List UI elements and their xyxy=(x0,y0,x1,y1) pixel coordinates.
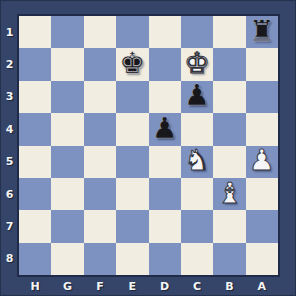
square-a2[interactable] xyxy=(246,48,278,80)
square-e5[interactable] xyxy=(116,146,148,178)
square-h4[interactable] xyxy=(19,113,51,145)
square-b2[interactable] xyxy=(213,48,245,80)
square-d5[interactable] xyxy=(149,146,181,178)
black-rook-a1[interactable]: ♜ xyxy=(249,17,275,46)
square-b4[interactable] xyxy=(213,113,245,145)
square-c7[interactable] xyxy=(181,210,213,242)
black-pawn-c3[interactable]: ♟ xyxy=(184,81,210,110)
square-f1[interactable] xyxy=(84,16,116,48)
square-d1[interactable] xyxy=(149,16,181,48)
file-label-b: B xyxy=(213,276,245,296)
square-e2[interactable]: ♚ xyxy=(116,48,148,80)
chess-board[interactable]: ♜♚♚♟♟♞♟♝ xyxy=(17,14,280,277)
square-a5[interactable]: ♟ xyxy=(246,146,278,178)
file-label-g: G xyxy=(51,276,83,296)
square-g1[interactable] xyxy=(51,16,83,48)
square-a3[interactable] xyxy=(246,81,278,113)
square-d7[interactable] xyxy=(149,210,181,242)
square-b1[interactable] xyxy=(213,16,245,48)
square-c2[interactable]: ♚ xyxy=(181,48,213,80)
square-g5[interactable] xyxy=(51,146,83,178)
white-knight-c5[interactable]: ♞ xyxy=(184,146,210,175)
square-h8[interactable] xyxy=(19,243,51,275)
square-a4[interactable] xyxy=(246,113,278,145)
square-e7[interactable] xyxy=(116,210,148,242)
square-e4[interactable] xyxy=(116,113,148,145)
white-king-c2[interactable]: ♚ xyxy=(184,49,210,78)
square-b7[interactable] xyxy=(213,210,245,242)
square-a7[interactable] xyxy=(246,210,278,242)
square-d6[interactable] xyxy=(149,178,181,210)
white-pawn-a5[interactable]: ♟ xyxy=(249,146,275,175)
file-label-e: E xyxy=(116,276,148,296)
square-h5[interactable] xyxy=(19,146,51,178)
square-e6[interactable] xyxy=(116,178,148,210)
square-e3[interactable] xyxy=(116,81,148,113)
black-pawn-d4[interactable]: ♟ xyxy=(152,114,178,143)
file-labels: HGFEDCBA xyxy=(19,276,278,296)
square-h3[interactable] xyxy=(19,81,51,113)
square-f8[interactable] xyxy=(84,243,116,275)
square-c6[interactable] xyxy=(181,178,213,210)
square-g7[interactable] xyxy=(51,210,83,242)
square-d3[interactable] xyxy=(149,81,181,113)
square-h6[interactable] xyxy=(19,178,51,210)
black-king-e2[interactable]: ♚ xyxy=(119,49,145,78)
square-f6[interactable] xyxy=(84,178,116,210)
square-b3[interactable] xyxy=(213,81,245,113)
file-label-d: D xyxy=(149,276,181,296)
square-e8[interactable] xyxy=(116,243,148,275)
square-d2[interactable] xyxy=(149,48,181,80)
square-f5[interactable] xyxy=(84,146,116,178)
file-label-c: C xyxy=(181,276,213,296)
square-b5[interactable] xyxy=(213,146,245,178)
square-f3[interactable] xyxy=(84,81,116,113)
square-g8[interactable] xyxy=(51,243,83,275)
chess-diagram: 12345678 ♜♚♚♟♟♞♟♝ HGFEDCBA xyxy=(0,0,296,296)
square-b6[interactable]: ♝ xyxy=(213,178,245,210)
square-d4[interactable]: ♟ xyxy=(149,113,181,145)
file-label-h: H xyxy=(19,276,51,296)
square-g4[interactable] xyxy=(51,113,83,145)
square-c3[interactable]: ♟ xyxy=(181,81,213,113)
square-f2[interactable] xyxy=(84,48,116,80)
square-h7[interactable] xyxy=(19,210,51,242)
square-h1[interactable] xyxy=(19,16,51,48)
square-g3[interactable] xyxy=(51,81,83,113)
square-c4[interactable] xyxy=(181,113,213,145)
square-c1[interactable] xyxy=(181,16,213,48)
square-g2[interactable] xyxy=(51,48,83,80)
square-h2[interactable] xyxy=(19,48,51,80)
square-f7[interactable] xyxy=(84,210,116,242)
file-label-a: A xyxy=(246,276,278,296)
square-d8[interactable] xyxy=(149,243,181,275)
square-a6[interactable] xyxy=(246,178,278,210)
square-c5[interactable]: ♞ xyxy=(181,146,213,178)
file-label-f: F xyxy=(84,276,116,296)
square-g6[interactable] xyxy=(51,178,83,210)
square-f4[interactable] xyxy=(84,113,116,145)
square-a8[interactable] xyxy=(246,243,278,275)
square-e1[interactable] xyxy=(116,16,148,48)
square-c8[interactable] xyxy=(181,243,213,275)
white-bishop-b6[interactable]: ♝ xyxy=(216,179,242,208)
square-b8[interactable] xyxy=(213,243,245,275)
square-a1[interactable]: ♜ xyxy=(246,16,278,48)
